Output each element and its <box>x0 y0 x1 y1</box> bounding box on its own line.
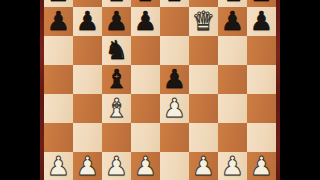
square-a2: ♟ <box>44 152 73 180</box>
square-f2: ♟ <box>189 152 218 180</box>
black-pawn-d7: ♟ <box>131 7 160 36</box>
white-pawn-f2: ♟ <box>189 152 218 180</box>
square-g6 <box>218 36 247 65</box>
square-b3 <box>73 123 102 152</box>
white-queen-f7: ♛ <box>189 7 218 36</box>
square-a4 <box>44 94 73 123</box>
square-h5 <box>247 65 276 94</box>
square-g4 <box>218 94 247 123</box>
square-c7: ♟ <box>102 7 131 36</box>
square-e8: ♚ <box>160 0 189 7</box>
square-g5 <box>218 65 247 94</box>
square-c6: ♞ <box>102 36 131 65</box>
square-e3 <box>160 123 189 152</box>
black-bishop-c5: ♝ <box>102 65 131 94</box>
square-f6 <box>189 36 218 65</box>
square-f4 <box>189 94 218 123</box>
black-pawn-c7: ♟ <box>102 7 131 36</box>
square-e7 <box>160 7 189 36</box>
white-pawn-h2: ♟ <box>247 152 276 180</box>
white-pawn-b2: ♟ <box>73 152 102 180</box>
square-b7: ♟ <box>73 7 102 36</box>
white-pawn-a2: ♟ <box>44 152 73 180</box>
square-a3 <box>44 123 73 152</box>
square-h4 <box>247 94 276 123</box>
square-b2: ♟ <box>73 152 102 180</box>
black-pawn-h7: ♟ <box>247 7 276 36</box>
black-pawn-b7: ♟ <box>73 7 102 36</box>
square-g2: ♟ <box>218 152 247 180</box>
square-c4: ♝ <box>102 94 131 123</box>
video-frame: ♜♝♛♚♞♜♟♟♟♟♛♟♟♞♝♟♝♟♟♟♟♟♟♟♟♜♞♝♚♞♜ <box>0 0 320 180</box>
white-pawn-e4: ♟ <box>160 94 189 123</box>
square-c5: ♝ <box>102 65 131 94</box>
white-pawn-g2: ♟ <box>218 152 247 180</box>
square-h6 <box>247 36 276 65</box>
square-c3 <box>102 123 131 152</box>
chess-board: ♜♝♛♚♞♜♟♟♟♟♛♟♟♞♝♟♝♟♟♟♟♟♟♟♟♜♞♝♚♞♜ <box>44 0 276 180</box>
white-pawn-d2: ♟ <box>131 152 160 180</box>
square-h2: ♟ <box>247 152 276 180</box>
square-d6 <box>131 36 160 65</box>
square-b6 <box>73 36 102 65</box>
square-b4 <box>73 94 102 123</box>
board-frame-right <box>276 0 280 180</box>
square-d7: ♟ <box>131 7 160 36</box>
square-f5 <box>189 65 218 94</box>
black-pawn-a7: ♟ <box>44 7 73 36</box>
black-knight-c6: ♞ <box>102 36 131 65</box>
square-g3 <box>218 123 247 152</box>
square-d4 <box>131 94 160 123</box>
square-a7: ♟ <box>44 7 73 36</box>
square-c2: ♟ <box>102 152 131 180</box>
white-pawn-c2: ♟ <box>102 152 131 180</box>
square-h3 <box>247 123 276 152</box>
square-d3 <box>131 123 160 152</box>
black-king-e8: ♚ <box>160 0 189 7</box>
square-e4: ♟ <box>160 94 189 123</box>
square-e5: ♟ <box>160 65 189 94</box>
black-pawn-g7: ♟ <box>218 7 247 36</box>
square-f3 <box>189 123 218 152</box>
square-g7: ♟ <box>218 7 247 36</box>
square-d2: ♟ <box>131 152 160 180</box>
black-pawn-e5: ♟ <box>160 65 189 94</box>
square-f7: ♛ <box>189 7 218 36</box>
square-e6 <box>160 36 189 65</box>
square-a5 <box>44 65 73 94</box>
square-e2 <box>160 152 189 180</box>
square-b5 <box>73 65 102 94</box>
white-bishop-c4: ♝ <box>102 94 131 123</box>
square-h7: ♟ <box>247 7 276 36</box>
square-d5 <box>131 65 160 94</box>
square-a6 <box>44 36 73 65</box>
